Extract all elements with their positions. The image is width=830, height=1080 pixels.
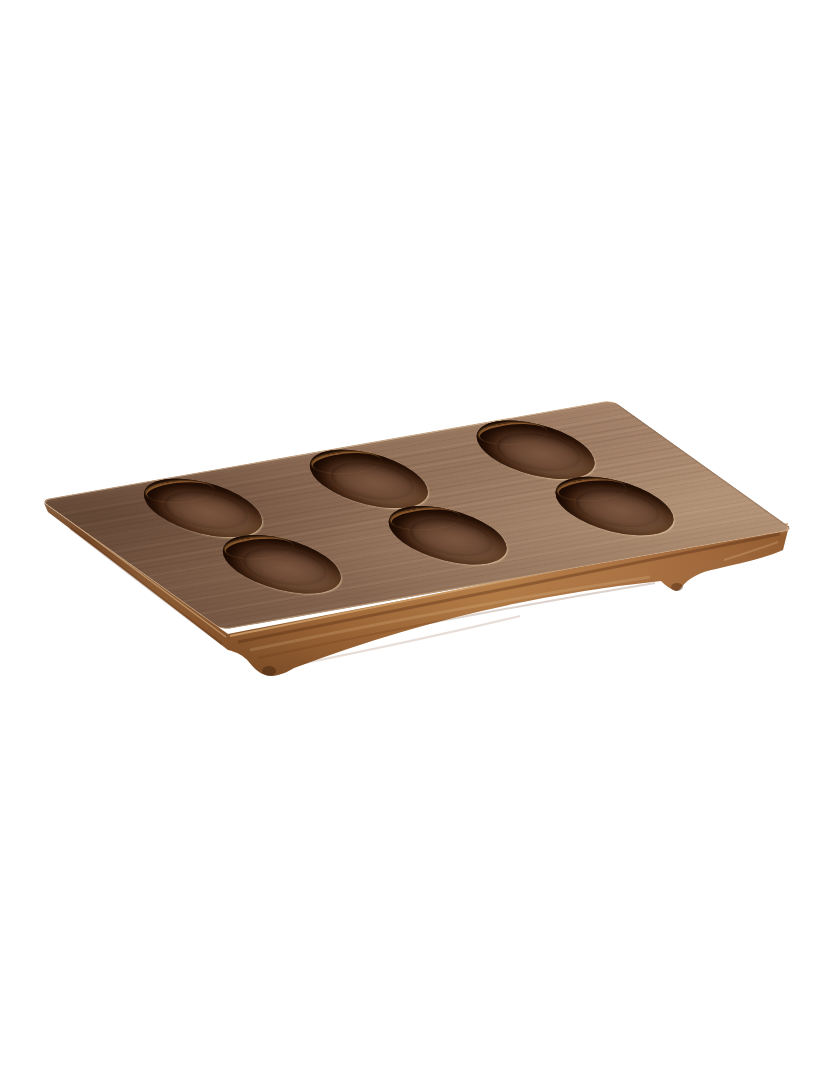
right-foot-tip xyxy=(671,583,683,591)
pit-recess: 0 xyxy=(199,528,366,600)
left-foot-tip xyxy=(262,666,276,676)
product-photo-scene: 0 0 0 0 0 0 xyxy=(0,0,830,1080)
pit-recess: 0 xyxy=(365,499,532,571)
pit-recess: 0 xyxy=(531,470,698,542)
